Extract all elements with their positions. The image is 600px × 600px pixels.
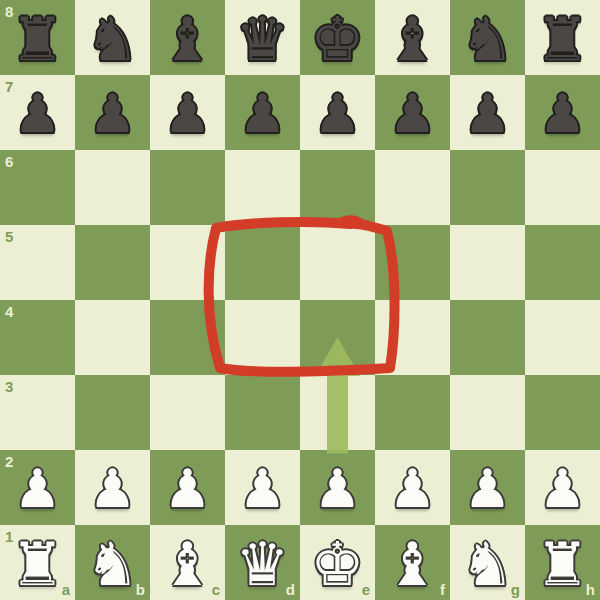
square-h6[interactable]: [525, 150, 600, 225]
square-c6[interactable]: [150, 150, 225, 225]
square-g1[interactable]: g♞: [450, 525, 525, 600]
square-b8[interactable]: ♞: [75, 0, 150, 75]
square-g6[interactable]: [450, 150, 525, 225]
square-f4[interactable]: [375, 300, 450, 375]
square-d8[interactable]: ♛: [225, 0, 300, 75]
square-g4[interactable]: [450, 300, 525, 375]
piece-white-pawn[interactable]: ♟: [0, 451, 75, 526]
square-e4[interactable]: [300, 300, 375, 375]
square-b5[interactable]: [75, 225, 150, 300]
piece-white-pawn[interactable]: ♟: [225, 451, 300, 526]
square-e5[interactable]: [300, 225, 375, 300]
piece-black-pawn[interactable]: ♟: [525, 76, 600, 151]
piece-white-queen[interactable]: ♛: [225, 526, 300, 600]
square-e8[interactable]: ♚: [300, 0, 375, 75]
square-f7[interactable]: ♟: [375, 75, 450, 150]
square-h3[interactable]: [525, 375, 600, 450]
rank-label-4: 4: [5, 304, 13, 319]
piece-white-king[interactable]: ♚: [300, 526, 375, 600]
square-a2[interactable]: 2♟: [0, 450, 75, 525]
square-g7[interactable]: ♟: [450, 75, 525, 150]
square-c1[interactable]: c♝: [150, 525, 225, 600]
square-a6[interactable]: 6: [0, 150, 75, 225]
piece-black-rook[interactable]: ♜: [0, 1, 75, 76]
chessboard-screenshot: 8♜♞♝♛♚♝♞♜7♟♟♟♟♟♟♟♟65432♟♟♟♟♟♟♟♟1a♜b♞c♝d♛…: [0, 0, 600, 600]
piece-white-pawn[interactable]: ♟: [375, 451, 450, 526]
square-b4[interactable]: [75, 300, 150, 375]
square-d7[interactable]: ♟: [225, 75, 300, 150]
square-h2[interactable]: ♟: [525, 450, 600, 525]
square-d5[interactable]: [225, 225, 300, 300]
square-e1[interactable]: e♚: [300, 525, 375, 600]
piece-black-rook[interactable]: ♜: [525, 1, 600, 76]
square-g2[interactable]: ♟: [450, 450, 525, 525]
chess-board: 8♜♞♝♛♚♝♞♜7♟♟♟♟♟♟♟♟65432♟♟♟♟♟♟♟♟1a♜b♞c♝d♛…: [0, 0, 600, 600]
square-f5[interactable]: [375, 225, 450, 300]
piece-white-pawn[interactable]: ♟: [450, 451, 525, 526]
square-a8[interactable]: 8♜: [0, 0, 75, 75]
square-c7[interactable]: ♟: [150, 75, 225, 150]
square-e2[interactable]: ♟: [300, 450, 375, 525]
piece-black-pawn[interactable]: ♟: [150, 76, 225, 151]
piece-black-bishop[interactable]: ♝: [150, 1, 225, 76]
square-c4[interactable]: [150, 300, 225, 375]
square-d6[interactable]: [225, 150, 300, 225]
piece-white-bishop[interactable]: ♝: [375, 526, 450, 600]
piece-black-king[interactable]: ♚: [300, 1, 375, 76]
square-d4[interactable]: [225, 300, 300, 375]
square-e7[interactable]: ♟: [300, 75, 375, 150]
piece-white-bishop[interactable]: ♝: [150, 526, 225, 600]
square-g8[interactable]: ♞: [450, 0, 525, 75]
square-e6[interactable]: [300, 150, 375, 225]
square-b7[interactable]: ♟: [75, 75, 150, 150]
piece-black-pawn[interactable]: ♟: [0, 76, 75, 151]
piece-white-pawn[interactable]: ♟: [150, 451, 225, 526]
square-d3[interactable]: [225, 375, 300, 450]
square-f2[interactable]: ♟: [375, 450, 450, 525]
square-a3[interactable]: 3: [0, 375, 75, 450]
square-b3[interactable]: [75, 375, 150, 450]
piece-black-knight[interactable]: ♞: [450, 1, 525, 76]
square-c2[interactable]: ♟: [150, 450, 225, 525]
square-e3[interactable]: [300, 375, 375, 450]
square-b1[interactable]: b♞: [75, 525, 150, 600]
square-f3[interactable]: [375, 375, 450, 450]
rank-label-6: 6: [5, 154, 13, 169]
square-a5[interactable]: 5: [0, 225, 75, 300]
piece-white-pawn[interactable]: ♟: [75, 451, 150, 526]
square-h5[interactable]: [525, 225, 600, 300]
square-b6[interactable]: [75, 150, 150, 225]
piece-black-pawn[interactable]: ♟: [75, 76, 150, 151]
square-h4[interactable]: [525, 300, 600, 375]
square-f6[interactable]: [375, 150, 450, 225]
square-d2[interactable]: ♟: [225, 450, 300, 525]
square-f1[interactable]: f♝: [375, 525, 450, 600]
piece-black-queen[interactable]: ♛: [225, 1, 300, 76]
square-a4[interactable]: 4: [0, 300, 75, 375]
piece-black-pawn[interactable]: ♟: [300, 76, 375, 151]
piece-black-pawn[interactable]: ♟: [375, 76, 450, 151]
square-c5[interactable]: [150, 225, 225, 300]
piece-black-knight[interactable]: ♞: [75, 1, 150, 76]
square-d1[interactable]: d♛: [225, 525, 300, 600]
piece-black-pawn[interactable]: ♟: [225, 76, 300, 151]
piece-white-rook[interactable]: ♜: [525, 526, 600, 600]
square-c3[interactable]: [150, 375, 225, 450]
square-a1[interactable]: 1a♜: [0, 525, 75, 600]
rank-label-5: 5: [5, 229, 13, 244]
piece-black-bishop[interactable]: ♝: [375, 1, 450, 76]
square-g3[interactable]: [450, 375, 525, 450]
square-a7[interactable]: 7♟: [0, 75, 75, 150]
square-g5[interactable]: [450, 225, 525, 300]
piece-white-pawn[interactable]: ♟: [300, 451, 375, 526]
square-h7[interactable]: ♟: [525, 75, 600, 150]
piece-black-pawn[interactable]: ♟: [450, 76, 525, 151]
square-f8[interactable]: ♝: [375, 0, 450, 75]
piece-white-knight[interactable]: ♞: [75, 526, 150, 600]
piece-white-knight[interactable]: ♞: [450, 526, 525, 600]
square-h1[interactable]: h♜: [525, 525, 600, 600]
square-b2[interactable]: ♟: [75, 450, 150, 525]
square-h8[interactable]: ♜: [525, 0, 600, 75]
rank-label-3: 3: [5, 379, 13, 394]
piece-white-pawn[interactable]: ♟: [525, 451, 600, 526]
square-c8[interactable]: ♝: [150, 0, 225, 75]
piece-white-rook[interactable]: ♜: [0, 526, 75, 600]
